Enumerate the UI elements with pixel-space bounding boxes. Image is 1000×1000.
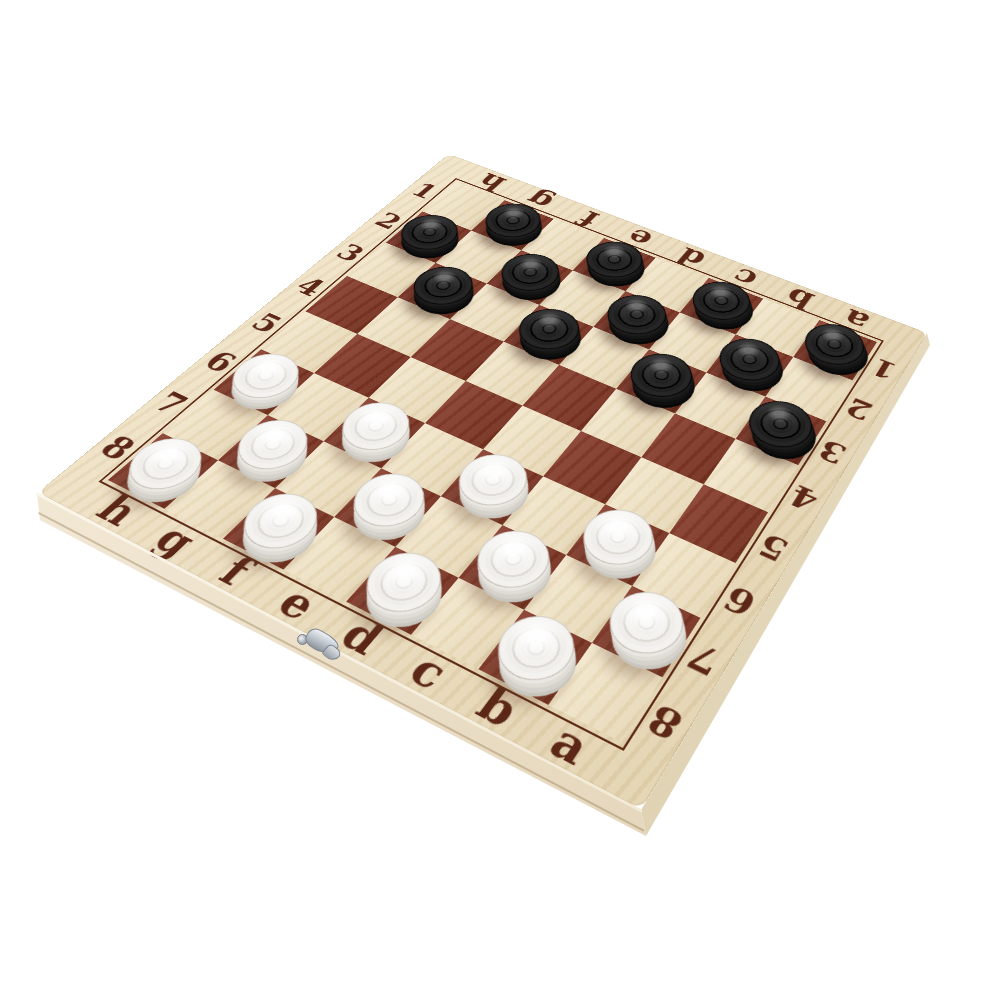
metal-latch [297, 628, 343, 664]
product-photo-background: 1122334455667788hhggffeeddccbbaa [0, 0, 1000, 1000]
checkers-board: 1122334455667788hhggffeeddccbbaa [108, 182, 877, 742]
board-squares [108, 182, 877, 742]
